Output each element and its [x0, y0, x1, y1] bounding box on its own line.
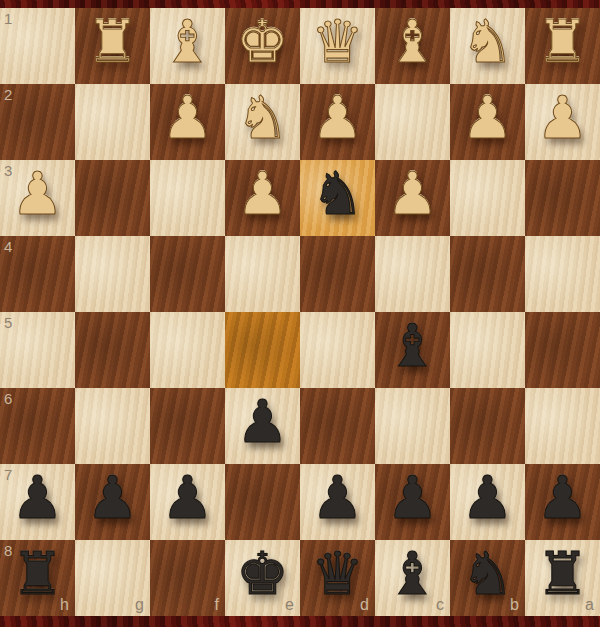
square-c2[interactable] [375, 84, 450, 160]
piece-black-pawn[interactable]: ♟ [525, 460, 600, 536]
chess-app-window: 1♜♝♚♛♝♞♜2♟♞♟♟♟3♟♟♞♟45♝6♟7♟♟♟♟♟♟♟8h♜gfe♚d… [0, 0, 600, 627]
square-b7[interactable]: ♟ [450, 464, 525, 540]
square-g5[interactable] [75, 312, 150, 388]
square-f2[interactable]: ♟ [150, 84, 225, 160]
square-c5[interactable]: ♝ [375, 312, 450, 388]
piece-black-pawn[interactable]: ♟ [75, 460, 150, 536]
square-c3[interactable]: ♟ [375, 160, 450, 236]
square-d8[interactable]: d♛ [300, 540, 375, 616]
piece-white-pawn[interactable]: ♟ [225, 156, 300, 232]
file-label-f: f [215, 597, 219, 613]
rank-label-1: 1 [4, 11, 12, 26]
square-h1[interactable]: 1 [0, 8, 75, 84]
piece-white-king[interactable]: ♚ [225, 4, 300, 80]
piece-black-knight[interactable]: ♞ [450, 536, 525, 612]
square-a7[interactable]: ♟ [525, 464, 600, 540]
square-a5[interactable] [525, 312, 600, 388]
square-f1[interactable]: ♝ [150, 8, 225, 84]
square-g1[interactable]: ♜ [75, 8, 150, 84]
square-e6[interactable]: ♟ [225, 388, 300, 464]
square-f7[interactable]: ♟ [150, 464, 225, 540]
square-b8[interactable]: b♞ [450, 540, 525, 616]
piece-white-pawn[interactable]: ♟ [375, 156, 450, 232]
square-d2[interactable]: ♟ [300, 84, 375, 160]
square-e2[interactable]: ♞ [225, 84, 300, 160]
piece-black-knight[interactable]: ♞ [300, 156, 375, 232]
square-b6[interactable] [450, 388, 525, 464]
square-f8[interactable]: f [150, 540, 225, 616]
file-label-g: g [135, 597, 144, 613]
piece-white-bishop[interactable]: ♝ [375, 4, 450, 80]
square-a2[interactable]: ♟ [525, 84, 600, 160]
square-d7[interactable]: ♟ [300, 464, 375, 540]
piece-white-queen[interactable]: ♛ [300, 4, 375, 80]
piece-black-bishop[interactable]: ♝ [375, 536, 450, 612]
piece-black-king[interactable]: ♚ [225, 536, 300, 612]
square-g3[interactable] [75, 160, 150, 236]
square-d4[interactable] [300, 236, 375, 312]
square-h6[interactable]: 6 [0, 388, 75, 464]
piece-white-bishop[interactable]: ♝ [150, 4, 225, 80]
square-d3[interactable]: ♞ [300, 160, 375, 236]
piece-white-knight[interactable]: ♞ [450, 4, 525, 80]
rank-label-4: 4 [4, 239, 12, 254]
square-d5[interactable] [300, 312, 375, 388]
board-frame-bottom [0, 616, 600, 627]
piece-white-knight[interactable]: ♞ [225, 80, 300, 156]
rank-label-5: 5 [4, 315, 12, 330]
square-d6[interactable] [300, 388, 375, 464]
square-c1[interactable]: ♝ [375, 8, 450, 84]
square-h2[interactable]: 2 [0, 84, 75, 160]
square-f5[interactable] [150, 312, 225, 388]
piece-black-queen[interactable]: ♛ [300, 536, 375, 612]
piece-black-pawn[interactable]: ♟ [150, 460, 225, 536]
square-h4[interactable]: 4 [0, 236, 75, 312]
square-g4[interactable] [75, 236, 150, 312]
square-e1[interactable]: ♚ [225, 8, 300, 84]
square-a4[interactable] [525, 236, 600, 312]
piece-black-pawn[interactable]: ♟ [450, 460, 525, 536]
square-f6[interactable] [150, 388, 225, 464]
piece-white-rook[interactable]: ♜ [525, 4, 600, 80]
piece-black-pawn[interactable]: ♟ [375, 460, 450, 536]
piece-white-rook[interactable]: ♜ [75, 4, 150, 80]
square-e7[interactable] [225, 464, 300, 540]
square-h8[interactable]: 8h♜ [0, 540, 75, 616]
piece-black-pawn[interactable]: ♟ [225, 384, 300, 460]
square-g6[interactable] [75, 388, 150, 464]
square-c6[interactable] [375, 388, 450, 464]
square-b5[interactable] [450, 312, 525, 388]
chess-board: 1♜♝♚♛♝♞♜2♟♞♟♟♟3♟♟♞♟45♝6♟7♟♟♟♟♟♟♟8h♜gfe♚d… [0, 8, 600, 616]
square-b2[interactable]: ♟ [450, 84, 525, 160]
piece-black-rook[interactable]: ♜ [525, 536, 600, 612]
piece-white-pawn[interactable]: ♟ [450, 80, 525, 156]
piece-white-pawn[interactable]: ♟ [525, 80, 600, 156]
piece-black-pawn[interactable]: ♟ [300, 460, 375, 536]
square-d1[interactable]: ♛ [300, 8, 375, 84]
square-h3[interactable]: 3♟ [0, 160, 75, 236]
piece-white-pawn[interactable]: ♟ [0, 156, 75, 232]
square-b1[interactable]: ♞ [450, 8, 525, 84]
square-f3[interactable] [150, 160, 225, 236]
piece-black-rook[interactable]: ♜ [0, 536, 75, 612]
piece-black-pawn[interactable]: ♟ [0, 460, 75, 536]
square-e4[interactable] [225, 236, 300, 312]
rank-label-2: 2 [4, 87, 12, 102]
square-g2[interactable] [75, 84, 150, 160]
square-g7[interactable]: ♟ [75, 464, 150, 540]
piece-black-bishop[interactable]: ♝ [375, 308, 450, 384]
square-e5[interactable] [225, 312, 300, 388]
piece-white-pawn[interactable]: ♟ [150, 80, 225, 156]
square-h5[interactable]: 5 [0, 312, 75, 388]
square-e8[interactable]: e♚ [225, 540, 300, 616]
square-e3[interactable]: ♟ [225, 160, 300, 236]
square-c7[interactable]: ♟ [375, 464, 450, 540]
square-a8[interactable]: a♜ [525, 540, 600, 616]
square-a6[interactable] [525, 388, 600, 464]
square-c4[interactable] [375, 236, 450, 312]
square-f4[interactable] [150, 236, 225, 312]
square-a1[interactable]: ♜ [525, 8, 600, 84]
square-c8[interactable]: c♝ [375, 540, 450, 616]
square-g8[interactable]: g [75, 540, 150, 616]
square-b3[interactable] [450, 160, 525, 236]
square-h7[interactable]: 7♟ [0, 464, 75, 540]
rank-label-6: 6 [4, 391, 12, 406]
square-a3[interactable] [525, 160, 600, 236]
piece-white-pawn[interactable]: ♟ [300, 80, 375, 156]
square-b4[interactable] [450, 236, 525, 312]
